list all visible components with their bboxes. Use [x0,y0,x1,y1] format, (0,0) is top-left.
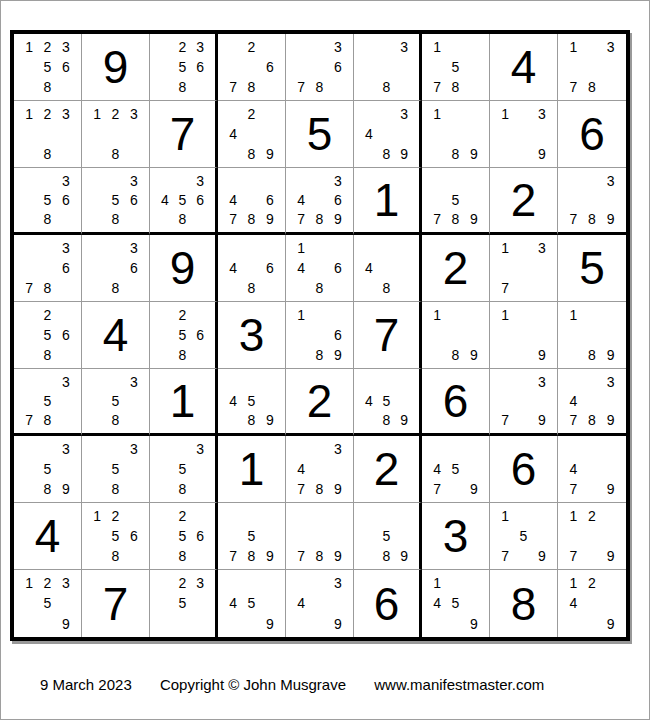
cell-r1c3[interactable]: 23568 [150,34,218,101]
cell-r9c3[interactable]: 235 [150,570,218,637]
pencil-mark-pos-4 [20,459,38,479]
pencil-mark-pos-1: 1 [292,238,310,258]
pencil-mark-pos-2: 2 [38,573,56,593]
pencil-mark-pos-7 [20,210,38,229]
footer-copyright: Copyright © John Musgrave [160,676,346,693]
pencil-marks: 368 [82,235,149,301]
cell-r9c5[interactable]: 349 [286,570,354,637]
pencil-mark-pos-3 [329,506,347,526]
pencil-mark-pos-5: 5 [514,526,532,546]
pencil-mark-pos-6: 6 [125,190,143,209]
pencil-mark-pos-5: 5 [446,593,464,613]
pencil-mark-pos-6 [465,124,483,144]
pencil-mark-pos-7 [20,345,38,365]
pencil-mark-pos-5 [378,124,396,144]
cell-r6c2[interactable]: 358 [82,369,150,436]
pencil-mark-pos-4: 4 [224,190,242,209]
pencil-mark-pos-3: 3 [57,171,75,190]
pencil-mark-pos-9 [261,77,279,97]
cell-r5c4[interactable]: 3 [218,302,286,369]
pencil-mark-pos-3: 3 [191,573,209,593]
pencil-mark-pos-5: 5 [38,57,56,77]
pencil-mark-pos-3: 3 [329,573,347,593]
cell-r1c6[interactable]: 38 [354,34,422,101]
pencil-mark-pos-8: 8 [106,479,124,499]
pencil-mark-pos-1: 1 [292,305,310,325]
given-digit: 4 [511,44,537,90]
pencil-mark-pos-7 [88,546,106,566]
cell-r8c5[interactable]: 789 [286,503,354,570]
pencil-mark-pos-2: 2 [174,37,192,57]
pencil-mark-pos-9: 9 [57,614,75,634]
cell-r9c4[interactable]: 459 [218,570,286,637]
pencil-marks: 379 [490,369,557,433]
cell-r8c7[interactable]: 3 [422,503,490,570]
pencil-mark-pos-3: 3 [533,104,551,124]
pencil-mark-pos-6 [465,325,483,345]
cell-r7c6[interactable]: 2 [354,436,422,503]
pencil-mark-pos-3: 3 [395,37,413,57]
pencil-mark-pos-8: 8 [174,210,192,229]
pencil-marks: 358 [82,436,149,502]
cell-r6c5[interactable]: 2 [286,369,354,436]
pencil-mark-pos-1: 1 [564,305,583,325]
cell-r3c5[interactable]: 346789 [286,168,354,235]
pencil-mark-pos-5 [242,190,260,209]
cell-r5c8[interactable]: 19 [490,302,558,369]
pencil-mark-pos-2 [583,439,602,459]
pencil-mark-pos-9: 9 [601,345,620,365]
pencil-mark-pos-7: 7 [496,278,514,298]
pencil-mark-pos-5: 5 [106,459,124,479]
cell-r8c4[interactable]: 5789 [218,503,286,570]
pencil-mark-pos-9 [57,411,75,430]
pencil-mark-pos-9: 9 [465,614,483,634]
pencil-mark-pos-2 [583,372,602,391]
pencil-marks: 1238 [14,101,81,167]
cell-r6c4[interactable]: 4589 [218,369,286,436]
pencil-mark-pos-3: 3 [191,37,209,57]
pencil-mark-pos-4: 4 [564,593,583,613]
pencil-mark-pos-8: 8 [583,345,602,365]
pencil-mark-pos-1 [292,37,310,57]
cell-r7c1[interactable]: 3589 [14,436,82,503]
cell-r3c8[interactable]: 2 [490,168,558,235]
cell-r4c1[interactable]: 3678 [14,235,82,302]
pencil-marks: 23568 [150,34,215,100]
cell-r1c7[interactable]: 1578 [422,34,490,101]
pencil-mark-pos-7 [88,479,106,499]
pencil-mark-pos-7 [564,345,583,365]
pencil-marks: 3489 [354,101,419,167]
pencil-mark-pos-8: 8 [38,345,56,365]
pencil-mark-pos-7 [88,411,106,430]
given-digit: 7 [103,581,129,627]
pencil-mark-pos-8: 8 [310,546,328,566]
pencil-mark-pos-6: 6 [261,57,279,77]
pencil-mark-pos-4 [20,190,38,209]
pencil-marks: 5789 [422,168,489,232]
pencil-mark-pos-5: 5 [378,526,396,546]
cell-r8c2[interactable]: 12568 [82,503,150,570]
cell-r6c7[interactable]: 6 [422,369,490,436]
cell-r7c8[interactable]: 6 [490,436,558,503]
cell-r7c3[interactable]: 358 [150,436,218,503]
pencil-marks: 34789 [286,436,353,502]
pencil-mark-pos-6 [395,57,413,77]
cell-r2c3[interactable]: 7 [150,101,218,168]
pencil-mark-pos-4 [564,325,583,345]
cell-r1c9[interactable]: 1378 [558,34,626,101]
pencil-mark-pos-3 [395,506,413,526]
pencil-mark-pos-4 [156,57,174,77]
pencil-mark-pos-2 [38,238,56,258]
given-digit: 2 [374,446,400,492]
cell-r1c8[interactable]: 4 [490,34,558,101]
pencil-mark-pos-8: 8 [38,278,56,298]
cell-r1c4[interactable]: 2678 [218,34,286,101]
cell-r7c9[interactable]: 479 [558,436,626,503]
cell-r5c2[interactable]: 4 [82,302,150,369]
pencil-mark-pos-4: 4 [360,258,378,278]
cell-r1c1[interactable]: 123568 [14,34,82,101]
pencil-marks: 2568 [150,503,215,569]
pencil-mark-pos-2: 2 [38,37,56,57]
pencil-mark-pos-2: 2 [583,573,602,593]
cell-r3c6[interactable]: 1 [354,168,422,235]
cell-r2c5[interactable]: 5 [286,101,354,168]
pencil-mark-pos-3: 3 [57,573,75,593]
cell-r7c4[interactable]: 1 [218,436,286,503]
pencil-mark-pos-4 [564,526,583,546]
pencil-mark-pos-5: 5 [38,325,56,345]
cell-r4c6[interactable]: 48 [354,235,422,302]
pencil-mark-pos-4 [428,190,446,209]
given-digit: 9 [103,44,129,90]
pencil-marks: 789 [286,503,353,569]
pencil-mark-pos-2 [106,171,124,190]
pencil-mark-pos-9 [395,278,413,298]
pencil-mark-pos-1 [428,439,446,459]
pencil-mark-pos-3 [465,104,483,124]
pencil-mark-pos-8: 8 [106,411,124,430]
pencil-mark-pos-6: 6 [191,57,209,77]
pencil-mark-pos-2 [378,506,396,526]
pencil-mark-pos-7: 7 [428,479,446,499]
pencil-mark-pos-1 [292,171,310,190]
cell-r2c9[interactable]: 6 [558,101,626,168]
pencil-mark-pos-2 [446,171,464,190]
pencil-mark-pos-7: 7 [20,411,38,430]
pencil-mark-pos-3 [395,372,413,391]
pencil-mark-pos-5 [106,258,124,278]
pencil-mark-pos-7: 7 [292,546,310,566]
cell-r6c9[interactable]: 34789 [558,369,626,436]
pencil-mark-pos-2 [310,238,328,258]
pencil-mark-pos-5 [446,124,464,144]
pencil-mark-pos-7 [292,278,310,298]
pencil-mark-pos-3 [329,238,347,258]
pencil-mark-pos-9: 9 [465,210,483,229]
given-digit: 2 [443,245,469,291]
pencil-mark-pos-9 [191,546,209,566]
pencil-mark-pos-8: 8 [583,210,602,229]
pencil-mark-pos-5 [38,258,56,278]
cell-r2c7[interactable]: 189 [422,101,490,168]
pencil-mark-pos-5: 5 [446,459,464,479]
pencil-mark-pos-7 [428,614,446,634]
pencil-mark-pos-5 [310,593,328,613]
pencil-mark-pos-8: 8 [310,77,328,97]
pencil-mark-pos-4 [428,57,446,77]
cell-r9c9[interactable]: 1249 [558,570,626,637]
pencil-mark-pos-3 [465,573,483,593]
pencil-mark-pos-1: 1 [88,506,106,526]
cell-r3c4[interactable]: 46789 [218,168,286,235]
pencil-mark-pos-2 [310,573,328,593]
pencil-mark-pos-4: 4 [292,459,310,479]
pencil-mark-pos-4: 4 [428,459,446,479]
cell-r8c6[interactable]: 589 [354,503,422,570]
cell-r5c5[interactable]: 1689 [286,302,354,369]
cell-r2c2[interactable]: 1238 [82,101,150,168]
pencil-mark-pos-9: 9 [261,546,279,566]
pencil-mark-pos-4 [292,325,310,345]
pencil-mark-pos-5 [106,124,124,144]
pencil-mark-pos-6 [601,57,620,77]
pencil-marks: 12359 [14,570,81,637]
pencil-mark-pos-9 [125,144,143,164]
pencil-mark-pos-7 [428,345,446,365]
cell-r4c3[interactable]: 9 [150,235,218,302]
pencil-mark-pos-4: 4 [224,593,242,613]
pencil-mark-pos-7 [224,144,242,164]
pencil-mark-pos-8: 8 [106,278,124,298]
cell-r3c7[interactable]: 5789 [422,168,490,235]
cell-r1c2[interactable]: 9 [82,34,150,101]
given-digit: 4 [35,513,61,559]
cell-r4c9[interactable]: 5 [558,235,626,302]
pencil-mark-pos-2 [446,37,464,57]
pencil-mark-pos-8 [38,614,56,634]
pencil-mark-pos-5 [310,190,328,209]
pencil-mark-pos-9: 9 [329,210,347,229]
pencil-mark-pos-9: 9 [601,210,620,229]
pencil-mark-pos-5 [38,124,56,144]
cell-r4c8[interactable]: 137 [490,235,558,302]
pencil-mark-pos-3 [191,305,209,325]
pencil-mark-pos-1 [156,37,174,57]
pencil-mark-pos-9 [395,77,413,97]
cell-r6c3[interactable]: 1 [150,369,218,436]
pencil-mark-pos-8: 8 [38,411,56,430]
pencil-mark-pos-4: 4 [428,593,446,613]
pencil-mark-pos-7 [156,210,174,229]
cell-r6c6[interactable]: 4589 [354,369,422,436]
pencil-mark-pos-8: 8 [310,345,328,365]
given-digit: 1 [239,446,265,492]
pencil-mark-pos-6 [261,526,279,546]
pencil-mark-pos-6 [329,526,347,546]
pencil-mark-pos-8: 8 [242,411,260,430]
cell-r1c5[interactable]: 3678 [286,34,354,101]
pencil-mark-pos-6 [601,325,620,345]
pencil-mark-pos-6 [57,391,75,410]
pencil-mark-pos-5 [242,124,260,144]
cell-r9c2[interactable]: 7 [82,570,150,637]
pencil-mark-pos-2 [583,37,602,57]
pencil-marks: 358 [150,436,215,502]
cell-r2c6[interactable]: 3489 [354,101,422,168]
pencil-mark-pos-6 [533,325,551,345]
pencil-marks: 4579 [422,436,489,502]
pencil-mark-pos-6 [395,258,413,278]
pencil-mark-pos-7: 7 [564,77,583,97]
pencil-mark-pos-5 [378,57,396,77]
pencil-mark-pos-1 [156,573,174,593]
pencil-mark-pos-7: 7 [564,411,583,430]
cell-r7c2[interactable]: 358 [82,436,150,503]
pencil-mark-pos-7 [360,144,378,164]
pencil-mark-pos-2 [242,573,260,593]
pencil-mark-pos-5 [583,593,602,613]
pencil-mark-pos-6 [465,593,483,613]
pencil-mark-pos-7: 7 [292,479,310,499]
pencil-mark-pos-3: 3 [533,238,551,258]
pencil-marks: 1459 [422,570,489,637]
pencil-marks: 3568 [14,168,81,232]
cell-r4c4[interactable]: 468 [218,235,286,302]
pencil-mark-pos-1 [224,573,242,593]
cell-r9c1[interactable]: 12359 [14,570,82,637]
cell-r4c2[interactable]: 368 [82,235,150,302]
given-digit: 7 [374,312,400,358]
pencil-mark-pos-9: 9 [329,479,347,499]
cell-r8c9[interactable]: 1279 [558,503,626,570]
pencil-marks: 139 [490,101,557,167]
pencil-mark-pos-1 [224,171,242,190]
pencil-mark-pos-4: 4 [292,593,310,613]
pencil-mark-pos-2 [174,439,192,459]
pencil-mark-pos-4 [360,57,378,77]
pencil-mark-pos-7 [224,411,242,430]
pencil-mark-pos-4 [20,258,38,278]
cell-r5c1[interactable]: 2568 [14,302,82,369]
pencil-mark-pos-4 [496,258,514,278]
cell-r9c6[interactable]: 6 [354,570,422,637]
pencil-mark-pos-2: 2 [174,506,192,526]
pencil-mark-pos-6: 6 [57,57,75,77]
cell-r6c1[interactable]: 3578 [14,369,82,436]
cell-r5c3[interactable]: 2568 [150,302,218,369]
pencil-mark-pos-3 [465,439,483,459]
pencil-mark-pos-2 [310,305,328,325]
pencil-marks: 235 [150,570,215,637]
cell-r2c1[interactable]: 1238 [14,101,82,168]
pencil-mark-pos-6: 6 [57,325,75,345]
cell-r6c8[interactable]: 379 [490,369,558,436]
pencil-mark-pos-4 [224,57,242,77]
pencil-mark-pos-6: 6 [125,258,143,278]
pencil-mark-pos-7 [360,411,378,430]
cell-r3c1[interactable]: 3568 [14,168,82,235]
pencil-mark-pos-1 [224,37,242,57]
pencil-mark-pos-3: 3 [601,37,620,57]
cell-r8c3[interactable]: 2568 [150,503,218,570]
cell-r9c8[interactable]: 8 [490,570,558,637]
pencil-marks: 34568 [150,168,215,232]
pencil-marks: 3678 [286,34,353,100]
pencil-mark-pos-4 [292,57,310,77]
pencil-mark-pos-7 [428,144,446,164]
cell-r7c5[interactable]: 34789 [286,436,354,503]
pencil-mark-pos-3 [261,104,279,124]
pencil-marks: 48 [354,235,419,301]
pencil-mark-pos-6 [261,124,279,144]
pencil-mark-pos-6 [601,391,620,410]
pencil-marks: 3678 [14,235,81,301]
pencil-marks: 5789 [218,503,285,569]
pencil-mark-pos-6: 6 [329,325,347,345]
cell-r3c2[interactable]: 3568 [82,168,150,235]
cell-r3c9[interactable]: 3789 [558,168,626,235]
pencil-marks: 1378 [558,34,626,100]
pencil-mark-pos-6 [601,593,620,613]
pencil-mark-pos-2 [378,372,396,391]
pencil-mark-pos-3: 3 [57,372,75,391]
pencil-mark-pos-8 [174,614,192,634]
cell-r5c7[interactable]: 189 [422,302,490,369]
pencil-mark-pos-5 [310,325,328,345]
pencil-mark-pos-6: 6 [191,526,209,546]
cell-r4c7[interactable]: 2 [422,235,490,302]
pencil-mark-pos-9: 9 [465,479,483,499]
given-digit: 6 [579,111,605,157]
pencil-mark-pos-9: 9 [261,411,279,430]
pencil-marks: 3568 [82,168,149,232]
given-digit: 9 [170,245,196,291]
given-digit: 5 [307,111,333,157]
cell-r4c5[interactable]: 1468 [286,235,354,302]
pencil-mark-pos-5: 5 [174,526,192,546]
cell-r5c6[interactable]: 7 [354,302,422,369]
cell-r7c7[interactable]: 4579 [422,436,490,503]
pencil-mark-pos-9 [125,278,143,298]
pencil-mark-pos-4: 4 [224,391,242,410]
pencil-mark-pos-2 [514,372,532,391]
pencil-mark-pos-9 [57,345,75,365]
cell-r9c7[interactable]: 1459 [422,570,490,637]
pencil-mark-pos-9 [191,77,209,97]
pencil-mark-pos-8 [514,411,532,430]
pencil-mark-pos-1 [292,439,310,459]
cell-r5c9[interactable]: 189 [558,302,626,369]
given-digit: 6 [374,581,400,627]
cell-r8c8[interactable]: 1579 [490,503,558,570]
pencil-mark-pos-4: 4 [292,190,310,209]
given-digit: 1 [170,378,196,424]
pencil-mark-pos-5: 5 [446,57,464,77]
cell-r2c4[interactable]: 2489 [218,101,286,168]
pencil-mark-pos-5 [310,258,328,278]
pencil-marks: 2568 [14,302,81,368]
pencil-mark-pos-2 [242,506,260,526]
cell-r3c3[interactable]: 34568 [150,168,218,235]
cell-r8c1[interactable]: 4 [14,503,82,570]
pencil-mark-pos-8: 8 [446,144,464,164]
given-digit: 2 [511,177,537,223]
cell-r2c8[interactable]: 139 [490,101,558,168]
